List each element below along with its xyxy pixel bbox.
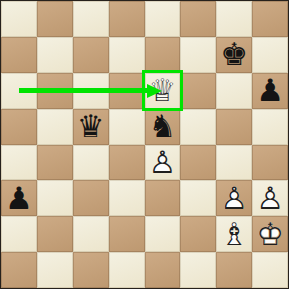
square-f2[interactable] <box>180 216 216 252</box>
piece-black-queen[interactable]: ♛ <box>73 109 109 145</box>
white-pawn-fill-glyph: ♟ <box>216 180 252 216</box>
square-a6[interactable] <box>1 73 37 109</box>
piece-white-pawn[interactable]: ♟♙ <box>216 180 252 216</box>
square-g5[interactable] <box>216 109 252 145</box>
square-b2[interactable] <box>37 216 73 252</box>
white-bishop-fill-glyph: ♝ <box>216 216 252 252</box>
piece-black-pawn[interactable]: ♟ <box>252 73 288 109</box>
square-f4[interactable] <box>180 145 216 181</box>
square-g4[interactable] <box>216 145 252 181</box>
square-e2[interactable] <box>145 216 181 252</box>
square-g3[interactable]: ♟♙ <box>216 180 252 216</box>
white-king-outline-glyph: ♔ <box>252 216 288 252</box>
square-a5[interactable] <box>1 109 37 145</box>
square-a8[interactable] <box>1 1 37 37</box>
piece-white-pawn[interactable]: ♟♙ <box>252 180 288 216</box>
square-d1[interactable] <box>109 252 145 288</box>
square-e5[interactable]: ♞ <box>145 109 181 145</box>
square-d6[interactable] <box>109 73 145 109</box>
square-h3[interactable]: ♟♙ <box>252 180 288 216</box>
square-a7[interactable] <box>1 37 37 73</box>
square-e6[interactable]: ♛♕ <box>145 73 181 109</box>
board-inner: ♚♛♕♟♛♞♟♙♟♟♙♟♙♝♗♚♔ <box>1 1 288 288</box>
square-a2[interactable] <box>1 216 37 252</box>
square-b3[interactable] <box>37 180 73 216</box>
square-c3[interactable] <box>73 180 109 216</box>
square-d8[interactable] <box>109 1 145 37</box>
white-pawn-fill-glyph: ♟ <box>252 180 288 216</box>
chess-board: ♚♛♕♟♛♞♟♙♟♟♙♟♙♝♗♚♔ <box>0 0 289 289</box>
square-b6[interactable] <box>37 73 73 109</box>
piece-black-king[interactable]: ♚ <box>216 37 252 73</box>
piece-white-bishop[interactable]: ♝♗ <box>216 216 252 252</box>
white-pawn-fill-glyph: ♟ <box>145 145 181 181</box>
piece-white-king[interactable]: ♚♔ <box>252 216 288 252</box>
square-c7[interactable] <box>73 37 109 73</box>
square-h8[interactable] <box>252 1 288 37</box>
square-d2[interactable] <box>109 216 145 252</box>
black-pawn-glyph: ♟ <box>252 73 288 109</box>
board-grid: ♚♛♕♟♛♞♟♙♟♟♙♟♙♝♗♚♔ <box>1 1 288 288</box>
square-g7[interactable]: ♚ <box>216 37 252 73</box>
square-c4[interactable] <box>73 145 109 181</box>
square-f7[interactable] <box>180 37 216 73</box>
square-h6[interactable]: ♟ <box>252 73 288 109</box>
square-c8[interactable] <box>73 1 109 37</box>
white-king-fill-glyph: ♚ <box>252 216 288 252</box>
square-d7[interactable] <box>109 37 145 73</box>
square-c1[interactable] <box>73 252 109 288</box>
black-king-glyph: ♚ <box>216 37 252 73</box>
square-d4[interactable] <box>109 145 145 181</box>
square-e4[interactable]: ♟♙ <box>145 145 181 181</box>
square-f8[interactable] <box>180 1 216 37</box>
white-bishop-outline-glyph: ♗ <box>216 216 252 252</box>
square-b5[interactable] <box>37 109 73 145</box>
square-f6[interactable] <box>180 73 216 109</box>
square-b7[interactable] <box>37 37 73 73</box>
square-h7[interactable] <box>252 37 288 73</box>
white-queen-outline-glyph: ♕ <box>145 73 181 109</box>
piece-white-queen[interactable]: ♛♕ <box>145 73 181 109</box>
square-c6[interactable] <box>73 73 109 109</box>
black-pawn-glyph: ♟ <box>1 180 37 216</box>
white-pawn-outline-glyph: ♙ <box>145 145 181 181</box>
piece-black-pawn[interactable]: ♟ <box>1 180 37 216</box>
square-g6[interactable] <box>216 73 252 109</box>
square-h5[interactable] <box>252 109 288 145</box>
square-f5[interactable] <box>180 109 216 145</box>
square-g1[interactable] <box>216 252 252 288</box>
square-c2[interactable] <box>73 216 109 252</box>
square-f1[interactable] <box>180 252 216 288</box>
white-pawn-outline-glyph: ♙ <box>252 180 288 216</box>
white-queen-fill-glyph: ♛ <box>145 73 181 109</box>
square-a1[interactable] <box>1 252 37 288</box>
black-knight-glyph: ♞ <box>145 109 181 145</box>
square-h2[interactable]: ♚♔ <box>252 216 288 252</box>
square-h4[interactable] <box>252 145 288 181</box>
square-b8[interactable] <box>37 1 73 37</box>
square-f3[interactable] <box>180 180 216 216</box>
white-pawn-outline-glyph: ♙ <box>216 180 252 216</box>
square-e8[interactable] <box>145 1 181 37</box>
square-a4[interactable] <box>1 145 37 181</box>
piece-white-pawn[interactable]: ♟♙ <box>145 145 181 181</box>
piece-black-knight[interactable]: ♞ <box>145 109 181 145</box>
square-e3[interactable] <box>145 180 181 216</box>
square-d3[interactable] <box>109 180 145 216</box>
square-a3[interactable]: ♟ <box>1 180 37 216</box>
square-g8[interactable] <box>216 1 252 37</box>
square-e1[interactable] <box>145 252 181 288</box>
square-g2[interactable]: ♝♗ <box>216 216 252 252</box>
square-e7[interactable] <box>145 37 181 73</box>
square-h1[interactable] <box>252 252 288 288</box>
square-b4[interactable] <box>37 145 73 181</box>
black-queen-glyph: ♛ <box>73 109 109 145</box>
square-c5[interactable]: ♛ <box>73 109 109 145</box>
square-b1[interactable] <box>37 252 73 288</box>
square-d5[interactable] <box>109 109 145 145</box>
